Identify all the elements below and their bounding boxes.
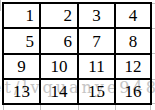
- partial-gridline-right-1: [152, 3, 155, 4]
- partial-gridline-right-4: [152, 79, 155, 80]
- cell-r4c3: 15: [78, 79, 115, 104]
- number-grid: 12345678910111213141516: [2, 2, 152, 105]
- cell-r3c3: 11: [78, 54, 115, 79]
- cell-r2c2: 6: [40, 28, 78, 54]
- cell-r1c1: 1: [3, 3, 40, 28]
- cell-r2c4: 8: [115, 28, 151, 54]
- partial-gridline-right-5: [152, 103, 155, 104]
- screenshot-root: et/lvquanye9483 12345678910111213141516: [0, 0, 155, 110]
- cell-r1c3: 3: [78, 3, 115, 28]
- cell-r4c4: 16: [115, 79, 151, 104]
- cell-r3c2: 10: [40, 54, 78, 79]
- cell-r1c2: 2: [40, 3, 78, 28]
- cell-r3c4: 12: [115, 54, 151, 79]
- cell-r4c2: 14: [40, 79, 78, 104]
- cell-r2c1: 5: [3, 28, 40, 54]
- cell-r4c1: 13: [3, 79, 40, 104]
- partial-gridline-right-3: [152, 53, 155, 54]
- cell-r2c3: 7: [78, 28, 115, 54]
- cell-r1c4: 4: [115, 3, 151, 28]
- cell-r3c1: 9: [3, 54, 40, 79]
- partial-gridline-right-2: [152, 28, 155, 29]
- partial-gridline-top-left: [0, 0, 1, 11]
